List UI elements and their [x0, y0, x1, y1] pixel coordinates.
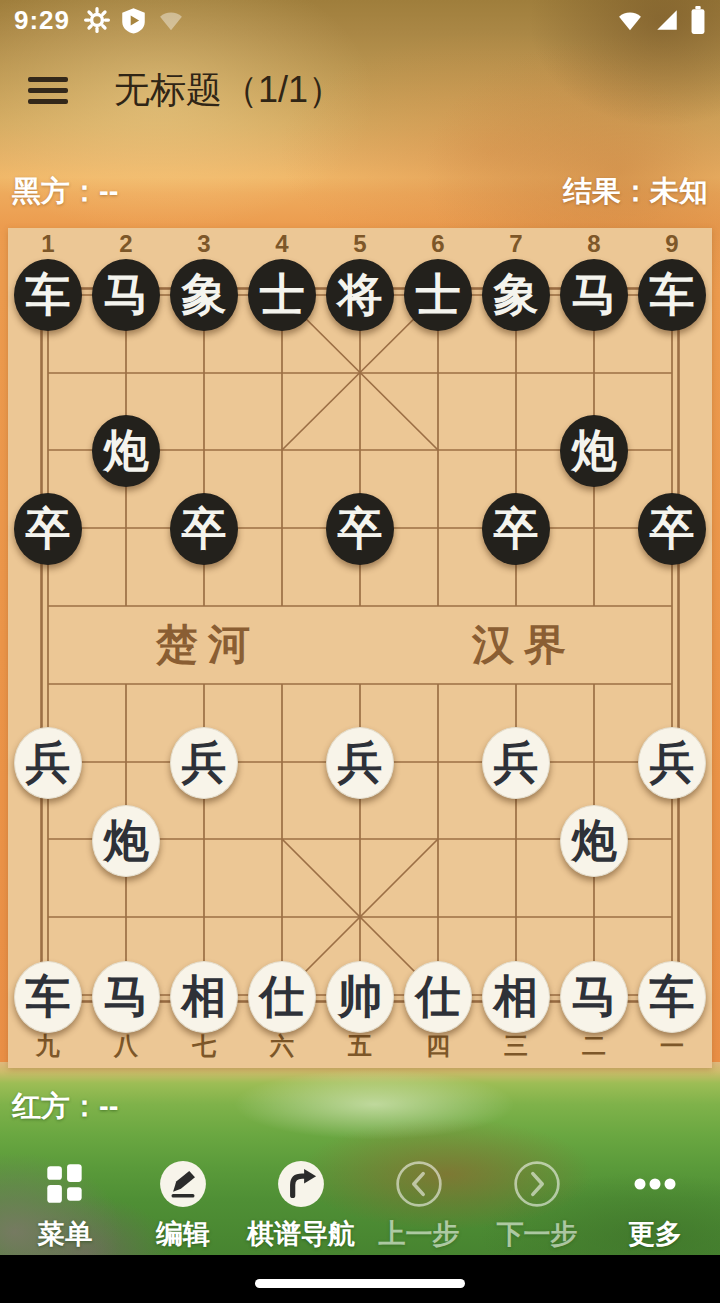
black-piece[interactable]: 马	[560, 259, 628, 331]
black-player-row: 黑方：-- 结果：未知	[0, 172, 720, 212]
file-label: 6	[399, 230, 477, 258]
red-piece[interactable]: 仕	[248, 961, 316, 1033]
red-piece[interactable]: 相	[170, 961, 238, 1033]
app-screen: 9:29	[0, 0, 720, 1303]
result-label: 结果：未知	[563, 172, 708, 212]
file-label: 1	[9, 230, 87, 258]
red-piece[interactable]: 兵	[14, 727, 82, 799]
battery-icon	[690, 6, 706, 34]
file-label: 7	[477, 230, 555, 258]
edit-button-label: 编辑	[156, 1216, 210, 1252]
black-piece[interactable]: 马	[92, 259, 160, 331]
wifi-icon	[616, 8, 644, 32]
turn-right-arrow-icon	[276, 1158, 326, 1210]
xiangqi-board[interactable]: 123456789 九八七六五四三二一 楚河 汉界 车马象士将士象马车炮炮卒卒卒…	[8, 228, 712, 1068]
red-player-row: 红方：--	[0, 1087, 720, 1127]
signal-icon	[654, 8, 680, 32]
menu-button[interactable]: 菜单	[6, 1158, 124, 1252]
android-nav-bar	[0, 1255, 720, 1303]
red-piece[interactable]: 车	[14, 961, 82, 1033]
more-button-label: 更多	[628, 1216, 682, 1252]
black-piece[interactable]: 象	[482, 259, 550, 331]
more-dots-icon	[627, 1158, 683, 1210]
title-bar: 无标题（1/1）	[0, 52, 720, 128]
prev-step-button-label: 上一步	[379, 1216, 460, 1252]
red-piece[interactable]: 仕	[404, 961, 472, 1033]
edit-button[interactable]: 编辑	[124, 1158, 242, 1252]
play-circle-icon	[120, 7, 147, 34]
gear-icon	[84, 7, 110, 33]
red-piece[interactable]: 马	[92, 961, 160, 1033]
red-piece[interactable]: 车	[638, 961, 706, 1033]
red-piece[interactable]: 兵	[638, 727, 706, 799]
top-file-labels: 123456789	[9, 230, 711, 258]
red-piece[interactable]: 炮	[92, 805, 160, 877]
black-piece[interactable]: 士	[248, 259, 316, 331]
black-piece[interactable]: 卒	[170, 493, 238, 565]
home-indicator[interactable]	[255, 1279, 465, 1288]
bottom-toolbar: 菜单编辑棋谱导航上一步下一步更多	[0, 1155, 720, 1255]
red-piece[interactable]: 兵	[326, 727, 394, 799]
nav-record-button[interactable]: 棋谱导航	[242, 1158, 360, 1252]
file-label: 5	[321, 230, 399, 258]
grid-menu-icon	[40, 1158, 90, 1210]
edit-pencil-icon	[158, 1158, 208, 1210]
hamburger-menu-icon[interactable]	[28, 71, 68, 110]
clock: 9:29	[14, 5, 70, 36]
more-button[interactable]: 更多	[596, 1158, 714, 1252]
wifi-weak-icon	[157, 8, 185, 32]
red-piece[interactable]: 炮	[560, 805, 628, 877]
black-piece[interactable]: 车	[638, 259, 706, 331]
black-piece[interactable]: 将	[326, 259, 394, 331]
file-label: 8	[555, 230, 633, 258]
red-piece[interactable]: 帅	[326, 961, 394, 1033]
black-piece[interactable]: 象	[170, 259, 238, 331]
prev-step-button: 上一步	[360, 1158, 478, 1252]
pieces-layer: 车马象士将士象马车炮炮卒卒卒卒卒兵兵兵兵兵炮炮车马相仕帅仕相马车	[9, 256, 711, 1036]
nav-record-button-label: 棋谱导航	[247, 1216, 355, 1252]
black-player-label: 黑方：--	[12, 172, 118, 212]
red-piece[interactable]: 兵	[170, 727, 238, 799]
status-bar: 9:29	[0, 0, 720, 40]
page-title: 无标题（1/1）	[114, 66, 344, 115]
red-piece[interactable]: 兵	[482, 727, 550, 799]
chevron-right-circle-icon	[512, 1158, 562, 1210]
red-piece[interactable]: 相	[482, 961, 550, 1033]
menu-button-label: 菜单	[38, 1216, 92, 1252]
red-player-label: 红方：--	[12, 1087, 118, 1127]
black-piece[interactable]: 卒	[638, 493, 706, 565]
black-piece[interactable]: 卒	[482, 493, 550, 565]
chevron-left-circle-icon	[394, 1158, 444, 1210]
black-piece[interactable]: 士	[404, 259, 472, 331]
file-label: 2	[87, 230, 165, 258]
black-piece[interactable]: 卒	[14, 493, 82, 565]
next-step-button: 下一步	[478, 1158, 596, 1252]
file-label: 4	[243, 230, 321, 258]
red-piece[interactable]: 马	[560, 961, 628, 1033]
black-piece[interactable]: 卒	[326, 493, 394, 565]
file-label: 9	[633, 230, 711, 258]
black-piece[interactable]: 炮	[92, 415, 160, 487]
black-piece[interactable]: 车	[14, 259, 82, 331]
next-step-button-label: 下一步	[497, 1216, 578, 1252]
file-label: 3	[165, 230, 243, 258]
black-piece[interactable]: 炮	[560, 415, 628, 487]
